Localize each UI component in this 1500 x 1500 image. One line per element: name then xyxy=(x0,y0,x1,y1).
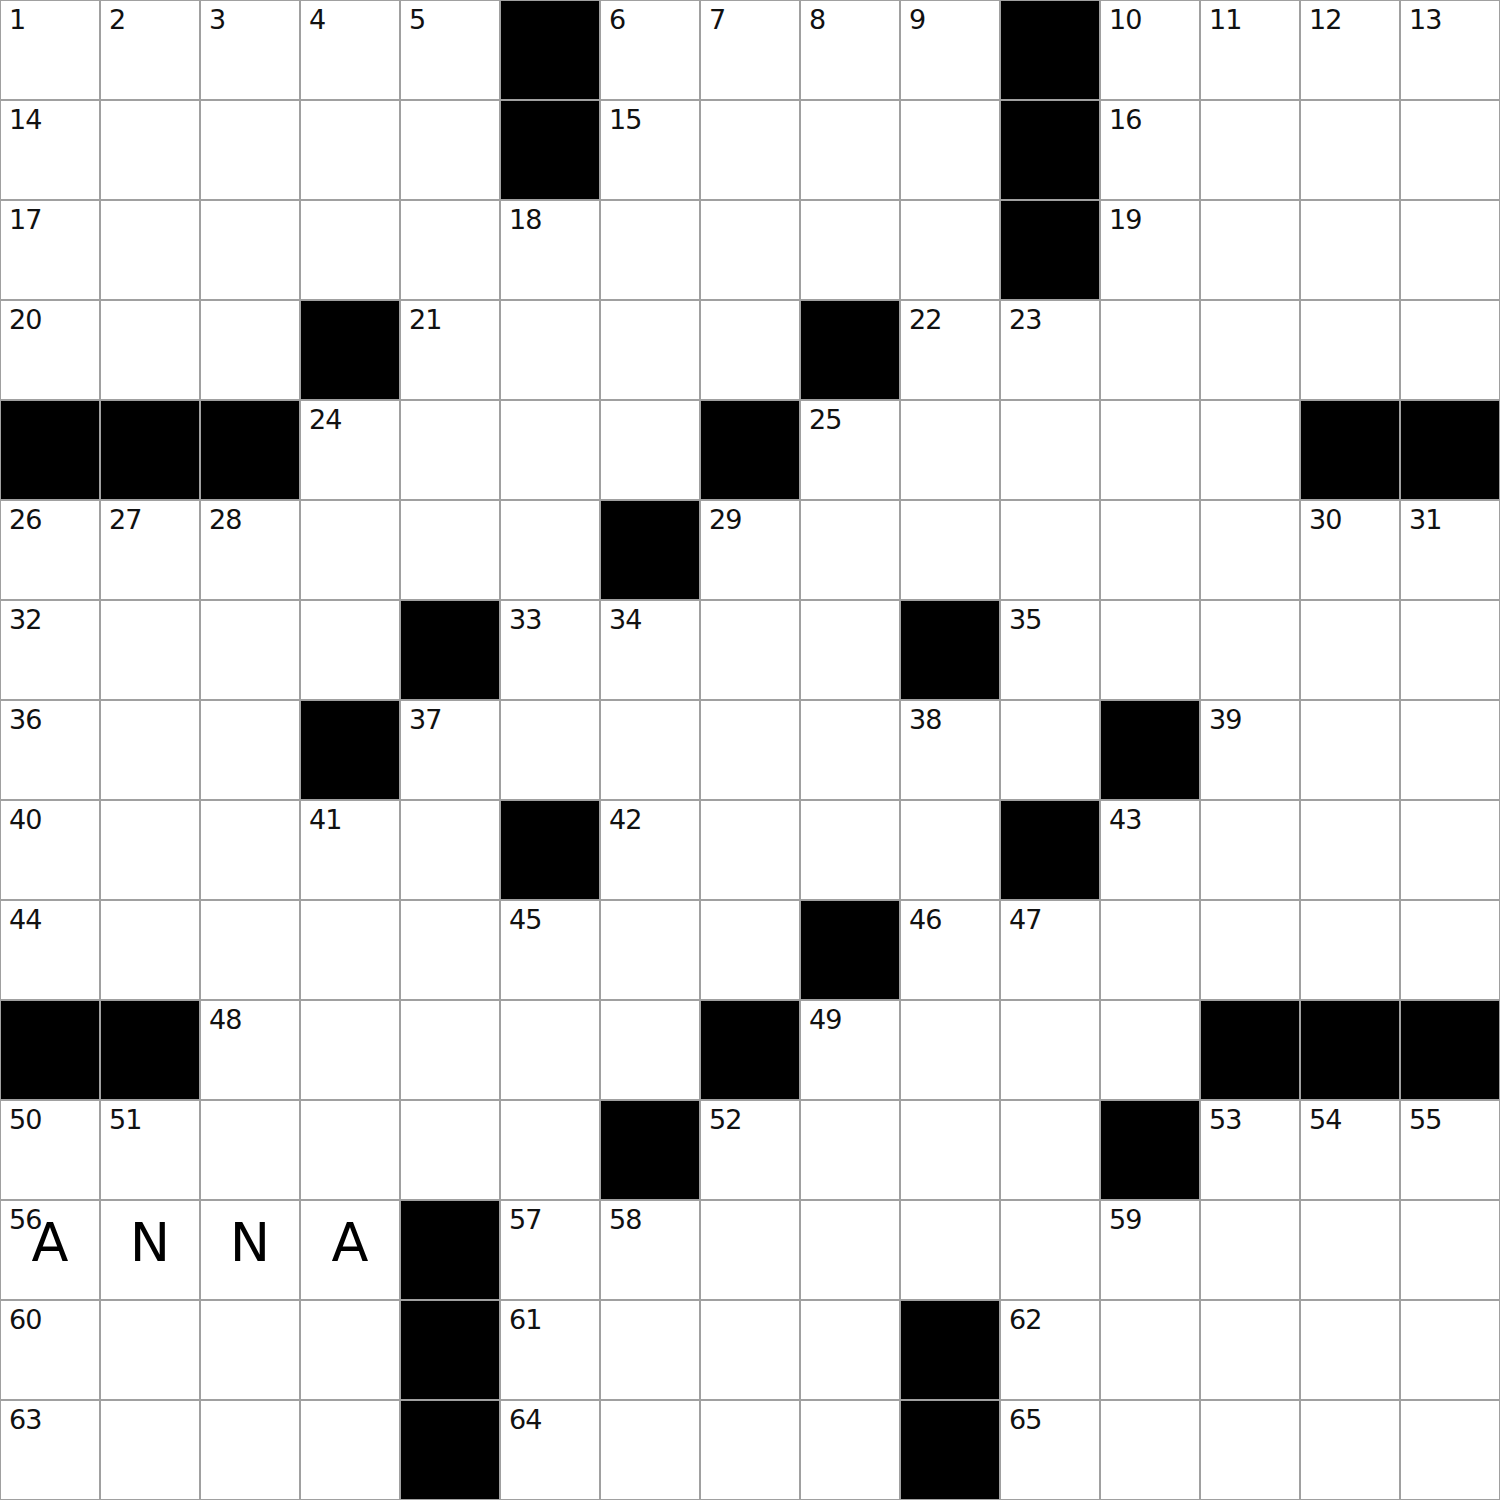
clue-number-5: 5 xyxy=(409,6,425,33)
black-cell-r10c0 xyxy=(0,1000,100,1100)
cell-r2c14[interactable] xyxy=(1400,200,1500,300)
cell-r5c1[interactable]: 27 xyxy=(100,500,200,600)
clue-number-33: 33 xyxy=(509,606,541,633)
cell-r13c2[interactable] xyxy=(200,1300,300,1400)
cell-r2c11[interactable]: 19 xyxy=(1100,200,1200,300)
black-cell-r13c9 xyxy=(900,1300,1000,1400)
cell-r12c13[interactable] xyxy=(1300,1200,1400,1300)
black-cell-r4c7 xyxy=(700,400,800,500)
cell-r8c2[interactable] xyxy=(200,800,300,900)
cell-r8c11[interactable]: 43 xyxy=(1100,800,1200,900)
cell-r11c8[interactable] xyxy=(800,1100,900,1200)
cell-r7c7[interactable] xyxy=(700,700,800,800)
clue-number-8: 8 xyxy=(809,6,825,33)
cell-r4c5[interactable] xyxy=(500,400,600,500)
cell-r1c9[interactable] xyxy=(900,100,1000,200)
cell-r10c6[interactable] xyxy=(600,1000,700,1100)
clue-number-23: 23 xyxy=(1009,306,1041,333)
cell-r3c9[interactable]: 22 xyxy=(900,300,1000,400)
cell-r13c5[interactable]: 61 xyxy=(500,1300,600,1400)
cell-r11c9[interactable] xyxy=(900,1100,1000,1200)
cell-r8c14[interactable] xyxy=(1400,800,1500,900)
cell-r11c7[interactable]: 52 xyxy=(700,1100,800,1200)
cell-r11c13[interactable]: 54 xyxy=(1300,1100,1400,1200)
cell-r7c1[interactable] xyxy=(100,700,200,800)
cell-r2c5[interactable]: 18 xyxy=(500,200,600,300)
clue-number-34: 34 xyxy=(609,606,641,633)
cell-r0c2[interactable]: 3 xyxy=(200,0,300,100)
cell-r7c2[interactable] xyxy=(200,700,300,800)
clue-number-14: 14 xyxy=(9,106,41,133)
filled-letter: A xyxy=(301,1216,399,1270)
cell-r9c0[interactable]: 44 xyxy=(0,900,100,1000)
clue-number-62: 62 xyxy=(1009,1306,1041,1333)
cell-r9c13[interactable] xyxy=(1300,900,1400,1000)
black-cell-r10c13 xyxy=(1300,1000,1400,1100)
black-cell-r5c6 xyxy=(600,500,700,600)
cell-r6c14[interactable] xyxy=(1400,600,1500,700)
clue-number-36: 36 xyxy=(9,706,41,733)
clue-number-7: 7 xyxy=(709,6,725,33)
black-cell-r10c1 xyxy=(100,1000,200,1100)
clue-number-30: 30 xyxy=(1309,506,1341,533)
cell-r2c2[interactable] xyxy=(200,200,300,300)
cell-r6c2[interactable] xyxy=(200,600,300,700)
cell-r1c7[interactable] xyxy=(700,100,800,200)
cell-r5c12[interactable] xyxy=(1200,500,1300,600)
cell-r5c0[interactable]: 26 xyxy=(0,500,100,600)
cell-r0c14[interactable]: 13 xyxy=(1400,0,1500,100)
cell-r0c3[interactable]: 4 xyxy=(300,0,400,100)
cell-r7c4[interactable]: 37 xyxy=(400,700,500,800)
cell-r3c11[interactable] xyxy=(1100,300,1200,400)
cell-r10c11[interactable] xyxy=(1100,1000,1200,1100)
cell-r12c3[interactable]: A xyxy=(300,1200,400,1300)
clue-number-21: 21 xyxy=(409,306,441,333)
clue-number-25: 25 xyxy=(809,406,841,433)
cell-r9c6[interactable] xyxy=(600,900,700,1000)
black-cell-r8c10 xyxy=(1000,800,1100,900)
clue-number-38: 38 xyxy=(909,706,941,733)
cell-r5c11[interactable] xyxy=(1100,500,1200,600)
black-cell-r11c11 xyxy=(1100,1100,1200,1200)
clue-number-58: 58 xyxy=(609,1206,641,1233)
cell-r3c12[interactable] xyxy=(1200,300,1300,400)
clue-number-39: 39 xyxy=(1209,706,1241,733)
cell-r0c6[interactable]: 6 xyxy=(600,0,700,100)
cell-r7c9[interactable]: 38 xyxy=(900,700,1000,800)
cell-r4c3[interactable]: 24 xyxy=(300,400,400,500)
clue-number-19: 19 xyxy=(1109,206,1141,233)
clue-number-48: 48 xyxy=(209,1006,241,1033)
cell-r0c13[interactable]: 12 xyxy=(1300,0,1400,100)
cell-r13c0[interactable]: 60 xyxy=(0,1300,100,1400)
cell-r0c11[interactable]: 10 xyxy=(1100,0,1200,100)
cell-r5c4[interactable] xyxy=(400,500,500,600)
black-cell-r7c3 xyxy=(300,700,400,800)
clue-number-15: 15 xyxy=(609,106,641,133)
black-cell-r10c7 xyxy=(700,1000,800,1100)
cell-r13c7[interactable] xyxy=(700,1300,800,1400)
clue-number-20: 20 xyxy=(9,306,41,333)
black-cell-r9c8 xyxy=(800,900,900,1000)
cell-r1c6[interactable]: 15 xyxy=(600,100,700,200)
cell-r9c12[interactable] xyxy=(1200,900,1300,1000)
clue-number-18: 18 xyxy=(509,206,541,233)
black-cell-r4c1 xyxy=(100,400,200,500)
cell-r13c6[interactable] xyxy=(600,1300,700,1400)
cell-r5c5[interactable] xyxy=(500,500,600,600)
cell-r5c2[interactable]: 28 xyxy=(200,500,300,600)
cell-r13c12[interactable] xyxy=(1200,1300,1300,1400)
cell-r3c1[interactable] xyxy=(100,300,200,400)
clue-number-55: 55 xyxy=(1409,1106,1441,1133)
cell-r6c11[interactable] xyxy=(1100,600,1200,700)
cell-r11c14[interactable]: 55 xyxy=(1400,1100,1500,1200)
cell-r9c9[interactable]: 46 xyxy=(900,900,1000,1000)
cell-r12c2[interactable]: N xyxy=(200,1200,300,1300)
cell-r4c10[interactable] xyxy=(1000,400,1100,500)
clue-number-6: 6 xyxy=(609,6,625,33)
cell-r5c9[interactable] xyxy=(900,500,1000,600)
cell-r2c0[interactable]: 17 xyxy=(0,200,100,300)
cell-r7c0[interactable]: 36 xyxy=(0,700,100,800)
cell-r0c8[interactable]: 8 xyxy=(800,0,900,100)
black-cell-r1c10 xyxy=(1000,100,1100,200)
cell-r6c6[interactable]: 34 xyxy=(600,600,700,700)
black-cell-r6c9 xyxy=(900,600,1000,700)
cell-r12c0[interactable]: 56A xyxy=(0,1200,100,1300)
cell-r7c5[interactable] xyxy=(500,700,600,800)
cell-r4c4[interactable] xyxy=(400,400,500,500)
cell-r3c14[interactable] xyxy=(1400,300,1500,400)
clue-number-24: 24 xyxy=(309,406,341,433)
cell-r13c8[interactable] xyxy=(800,1300,900,1400)
cell-r14c0[interactable]: 63 xyxy=(0,1400,100,1500)
cell-r6c12[interactable] xyxy=(1200,600,1300,700)
cell-r11c4[interactable] xyxy=(400,1100,500,1200)
cell-r1c4[interactable] xyxy=(400,100,500,200)
cell-r3c0[interactable]: 20 xyxy=(0,300,100,400)
cell-r7c10[interactable] xyxy=(1000,700,1100,800)
cell-r3c10[interactable]: 23 xyxy=(1000,300,1100,400)
black-cell-r11c6 xyxy=(600,1100,700,1200)
cell-r5c13[interactable]: 30 xyxy=(1300,500,1400,600)
clue-number-53: 53 xyxy=(1209,1106,1241,1133)
cell-r10c10[interactable] xyxy=(1000,1000,1100,1100)
cell-r12c5[interactable]: 57 xyxy=(500,1200,600,1300)
cell-r13c11[interactable] xyxy=(1100,1300,1200,1400)
clue-number-3: 3 xyxy=(209,6,225,33)
cell-r8c4[interactable] xyxy=(400,800,500,900)
clue-number-59: 59 xyxy=(1109,1206,1141,1233)
cell-r2c8[interactable] xyxy=(800,200,900,300)
cell-r0c4[interactable]: 5 xyxy=(400,0,500,100)
clue-number-37: 37 xyxy=(409,706,441,733)
cell-r5c7[interactable]: 29 xyxy=(700,500,800,600)
cell-r3c4[interactable]: 21 xyxy=(400,300,500,400)
cell-r1c11[interactable]: 16 xyxy=(1100,100,1200,200)
crossword-grid: 1234567891011121314151617181920212223242… xyxy=(0,0,1500,1500)
cell-r11c3[interactable] xyxy=(300,1100,400,1200)
clue-number-32: 32 xyxy=(9,606,41,633)
cell-r14c12[interactable] xyxy=(1200,1400,1300,1500)
cell-r14c14[interactable] xyxy=(1400,1400,1500,1500)
cell-r4c11[interactable] xyxy=(1100,400,1200,500)
cell-r7c13[interactable] xyxy=(1300,700,1400,800)
clue-number-64: 64 xyxy=(509,1406,541,1433)
cell-r1c8[interactable] xyxy=(800,100,900,200)
clue-number-43: 43 xyxy=(1109,806,1141,833)
cell-r5c3[interactable] xyxy=(300,500,400,600)
cell-r5c10[interactable] xyxy=(1000,500,1100,600)
cell-r3c6[interactable] xyxy=(600,300,700,400)
cell-r1c3[interactable] xyxy=(300,100,400,200)
filled-letter: A xyxy=(1,1216,99,1270)
black-cell-r0c5 xyxy=(500,0,600,100)
cell-r9c3[interactable] xyxy=(300,900,400,1000)
cell-r0c1[interactable]: 2 xyxy=(100,0,200,100)
clue-number-63: 63 xyxy=(9,1406,41,1433)
clue-number-13: 13 xyxy=(1409,6,1441,33)
filled-letter: N xyxy=(101,1216,199,1270)
clue-number-35: 35 xyxy=(1009,606,1041,633)
cell-r8c6[interactable]: 42 xyxy=(600,800,700,900)
clue-number-47: 47 xyxy=(1009,906,1041,933)
clue-number-31: 31 xyxy=(1409,506,1441,533)
cell-r10c4[interactable] xyxy=(400,1000,500,1100)
cell-r7c6[interactable] xyxy=(600,700,700,800)
cell-r10c5[interactable] xyxy=(500,1000,600,1100)
cell-r9c10[interactable]: 47 xyxy=(1000,900,1100,1000)
cell-r1c13[interactable] xyxy=(1300,100,1400,200)
clue-number-16: 16 xyxy=(1109,106,1141,133)
cell-r7c12[interactable]: 39 xyxy=(1200,700,1300,800)
black-cell-r3c3 xyxy=(300,300,400,400)
cell-r6c0[interactable]: 32 xyxy=(0,600,100,700)
cell-r0c9[interactable]: 9 xyxy=(900,0,1000,100)
clue-number-17: 17 xyxy=(9,206,41,233)
cell-r2c4[interactable] xyxy=(400,200,500,300)
clue-number-11: 11 xyxy=(1209,6,1241,33)
cell-r2c1[interactable] xyxy=(100,200,200,300)
clue-number-4: 4 xyxy=(309,6,325,33)
cell-r4c6[interactable] xyxy=(600,400,700,500)
cell-r1c0[interactable]: 14 xyxy=(0,100,100,200)
cell-r6c8[interactable] xyxy=(800,600,900,700)
clue-number-29: 29 xyxy=(709,506,741,533)
cell-r9c1[interactable] xyxy=(100,900,200,1000)
black-cell-r12c4 xyxy=(400,1200,500,1300)
cell-r12c14[interactable] xyxy=(1400,1200,1500,1300)
cell-r14c3[interactable] xyxy=(300,1400,400,1500)
cell-r11c5[interactable] xyxy=(500,1100,600,1200)
clue-number-40: 40 xyxy=(9,806,41,833)
cell-r9c11[interactable] xyxy=(1100,900,1200,1000)
clue-number-52: 52 xyxy=(709,1106,741,1133)
cell-r7c14[interactable] xyxy=(1400,700,1500,800)
cell-r11c12[interactable]: 53 xyxy=(1200,1100,1300,1200)
black-cell-r4c0 xyxy=(0,400,100,500)
cell-r14c6[interactable] xyxy=(600,1400,700,1500)
clue-number-27: 27 xyxy=(109,506,141,533)
cell-r12c7[interactable] xyxy=(700,1200,800,1300)
cell-r1c1[interactable] xyxy=(100,100,200,200)
cell-r6c5[interactable]: 33 xyxy=(500,600,600,700)
cell-r13c10[interactable]: 62 xyxy=(1000,1300,1100,1400)
cell-r12c12[interactable] xyxy=(1200,1200,1300,1300)
cell-r8c8[interactable] xyxy=(800,800,900,900)
black-cell-r1c5 xyxy=(500,100,600,200)
cell-r14c8[interactable] xyxy=(800,1400,900,1500)
black-cell-r13c4 xyxy=(400,1300,500,1400)
cell-r3c5[interactable] xyxy=(500,300,600,400)
cell-r1c14[interactable] xyxy=(1400,100,1500,200)
clue-number-60: 60 xyxy=(9,1306,41,1333)
black-cell-r8c5 xyxy=(500,800,600,900)
cell-r11c1[interactable]: 51 xyxy=(100,1100,200,1200)
cell-r9c7[interactable] xyxy=(700,900,800,1000)
clue-number-22: 22 xyxy=(909,306,941,333)
clue-number-45: 45 xyxy=(509,906,541,933)
clue-number-57: 57 xyxy=(509,1206,541,1233)
cell-r5c14[interactable]: 31 xyxy=(1400,500,1500,600)
black-cell-r14c9 xyxy=(900,1400,1000,1500)
cell-r5c8[interactable] xyxy=(800,500,900,600)
black-cell-r2c10 xyxy=(1000,200,1100,300)
black-cell-r10c12 xyxy=(1200,1000,1300,1100)
cell-r12c1[interactable]: N xyxy=(100,1200,200,1300)
black-cell-r14c4 xyxy=(400,1400,500,1500)
cell-r11c10[interactable] xyxy=(1000,1100,1100,1200)
cell-r6c7[interactable] xyxy=(700,600,800,700)
cell-r12c6[interactable]: 58 xyxy=(600,1200,700,1300)
filled-letter: N xyxy=(201,1216,299,1270)
black-cell-r4c13 xyxy=(1300,400,1400,500)
cell-r0c7[interactable]: 7 xyxy=(700,0,800,100)
cell-r2c7[interactable] xyxy=(700,200,800,300)
cell-r12c10[interactable] xyxy=(1000,1200,1100,1300)
black-cell-r10c14 xyxy=(1400,1000,1500,1100)
cell-r7c8[interactable] xyxy=(800,700,900,800)
clue-number-1: 1 xyxy=(9,6,25,33)
black-cell-r7c11 xyxy=(1100,700,1200,800)
cell-r9c14[interactable] xyxy=(1400,900,1500,1000)
cell-r10c9[interactable] xyxy=(900,1000,1000,1100)
cell-r4c12[interactable] xyxy=(1200,400,1300,500)
clue-number-44: 44 xyxy=(9,906,41,933)
clue-number-28: 28 xyxy=(209,506,241,533)
clue-number-54: 54 xyxy=(1309,1106,1341,1133)
cell-r13c13[interactable] xyxy=(1300,1300,1400,1400)
cell-r2c3[interactable] xyxy=(300,200,400,300)
cell-r14c10[interactable]: 65 xyxy=(1000,1400,1100,1500)
cell-r1c12[interactable] xyxy=(1200,100,1300,200)
cell-r6c1[interactable] xyxy=(100,600,200,700)
cell-r12c8[interactable] xyxy=(800,1200,900,1300)
cell-r14c1[interactable] xyxy=(100,1400,200,1500)
clue-number-42: 42 xyxy=(609,806,641,833)
cell-r13c1[interactable] xyxy=(100,1300,200,1400)
cell-r13c14[interactable] xyxy=(1400,1300,1500,1400)
clue-number-2: 2 xyxy=(109,6,125,33)
cell-r9c4[interactable] xyxy=(400,900,500,1000)
cell-r4c8[interactable]: 25 xyxy=(800,400,900,500)
cell-r8c13[interactable] xyxy=(1300,800,1400,900)
cell-r8c12[interactable] xyxy=(1200,800,1300,900)
cell-r2c13[interactable] xyxy=(1300,200,1400,300)
cell-r9c2[interactable] xyxy=(200,900,300,1000)
cell-r6c10[interactable]: 35 xyxy=(1000,600,1100,700)
cell-r12c11[interactable]: 59 xyxy=(1100,1200,1200,1300)
cell-r11c0[interactable]: 50 xyxy=(0,1100,100,1200)
black-cell-r4c14 xyxy=(1400,400,1500,500)
black-cell-r4c2 xyxy=(200,400,300,500)
cell-r9c5[interactable]: 45 xyxy=(500,900,600,1000)
cell-r3c2[interactable] xyxy=(200,300,300,400)
cell-r10c8[interactable]: 49 xyxy=(800,1000,900,1100)
cell-r11c2[interactable] xyxy=(200,1100,300,1200)
cell-r10c2[interactable]: 48 xyxy=(200,1000,300,1100)
cell-r14c2[interactable] xyxy=(200,1400,300,1500)
clue-number-51: 51 xyxy=(109,1106,141,1133)
cell-r0c12[interactable]: 11 xyxy=(1200,0,1300,100)
clue-number-41: 41 xyxy=(309,806,341,833)
cell-r2c9[interactable] xyxy=(900,200,1000,300)
clue-number-49: 49 xyxy=(809,1006,841,1033)
clue-number-46: 46 xyxy=(909,906,941,933)
cell-r0c0[interactable]: 1 xyxy=(0,0,100,100)
cell-r12c9[interactable] xyxy=(900,1200,1000,1300)
cell-r13c3[interactable] xyxy=(300,1300,400,1400)
clue-number-12: 12 xyxy=(1309,6,1341,33)
cell-r14c11[interactable] xyxy=(1100,1400,1200,1500)
cell-r3c7[interactable] xyxy=(700,300,800,400)
cell-r8c0[interactable]: 40 xyxy=(0,800,100,900)
cell-r10c3[interactable] xyxy=(300,1000,400,1100)
clue-number-50: 50 xyxy=(9,1106,41,1133)
cell-r8c1[interactable] xyxy=(100,800,200,900)
cell-r8c7[interactable] xyxy=(700,800,800,900)
clue-number-10: 10 xyxy=(1109,6,1141,33)
cell-r6c13[interactable] xyxy=(1300,600,1400,700)
cell-r3c13[interactable] xyxy=(1300,300,1400,400)
black-cell-r3c8 xyxy=(800,300,900,400)
cell-r2c6[interactable] xyxy=(600,200,700,300)
cell-r1c2[interactable] xyxy=(200,100,300,200)
cell-r8c9[interactable] xyxy=(900,800,1000,900)
cell-r6c3[interactable] xyxy=(300,600,400,700)
black-cell-r6c4 xyxy=(400,600,500,700)
cell-r8c3[interactable]: 41 xyxy=(300,800,400,900)
clue-number-26: 26 xyxy=(9,506,41,533)
clue-number-65: 65 xyxy=(1009,1406,1041,1433)
clue-number-9: 9 xyxy=(909,6,925,33)
cell-r14c13[interactable] xyxy=(1300,1400,1400,1500)
cell-r2c12[interactable] xyxy=(1200,200,1300,300)
clue-number-61: 61 xyxy=(509,1306,541,1333)
cell-r4c9[interactable] xyxy=(900,400,1000,500)
cell-r14c7[interactable] xyxy=(700,1400,800,1500)
black-cell-r0c10 xyxy=(1000,0,1100,100)
cell-r14c5[interactable]: 64 xyxy=(500,1400,600,1500)
